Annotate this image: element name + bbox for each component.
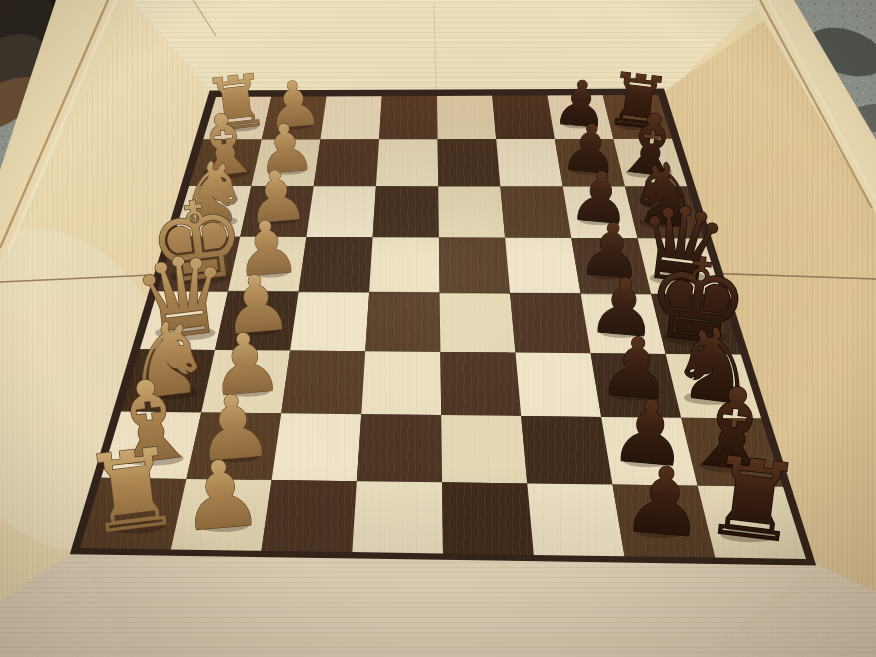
vignette [0,0,876,657]
chess-table-photo-svg: ♜♟♟♜♝♟♟♝♞♟♟♞♚♟♟♛♛♟♟♚♞♟♟♞♝♟♟♝♜♟♟♜ [0,0,876,657]
chess-table-photo: ♜♟♟♜♝♟♟♝♞♟♟♞♚♟♟♛♛♟♟♚♞♟♟♞♝♟♟♝♜♟♟♜ [0,0,876,657]
